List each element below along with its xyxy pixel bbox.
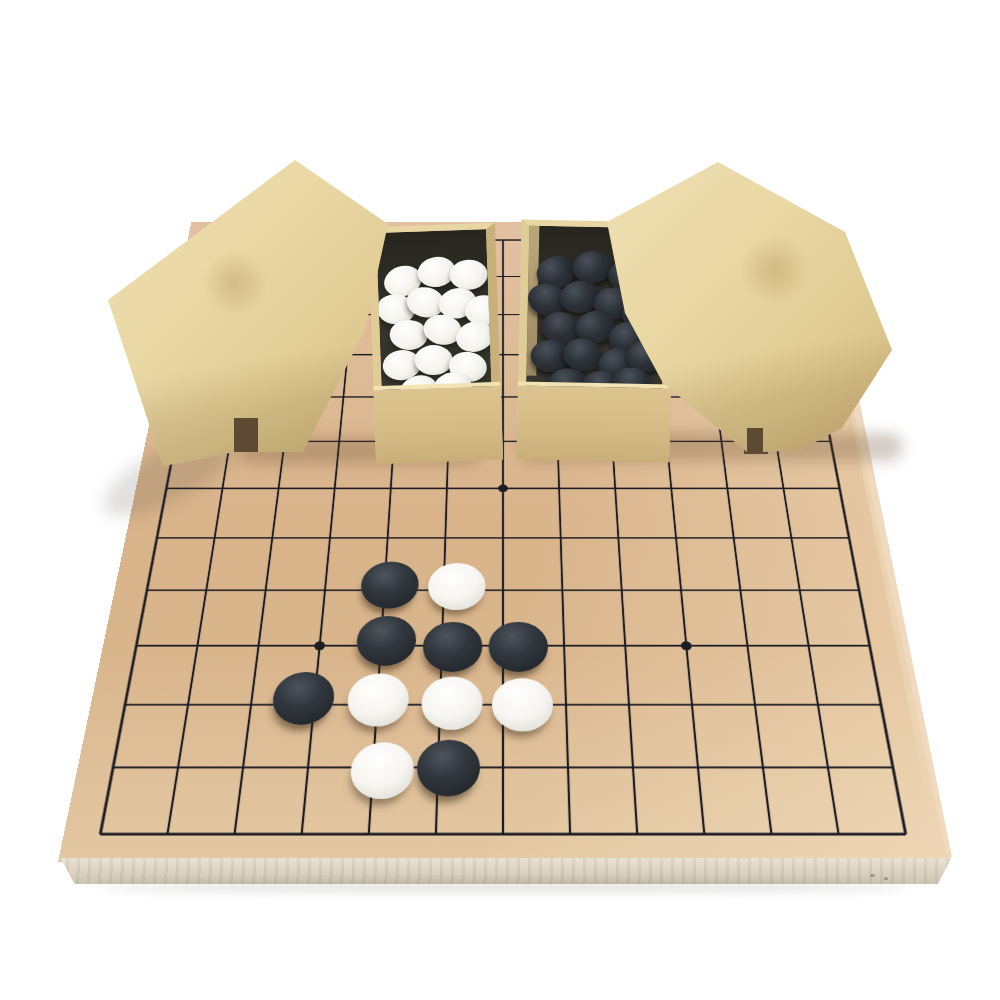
intersection-E3[interactable] <box>343 675 410 736</box>
white-bowl-stone <box>415 345 453 375</box>
black-stone-F2[interactable] <box>416 739 481 796</box>
intersection-F5[interactable] <box>413 564 474 618</box>
intersection-F3[interactable] <box>407 675 472 736</box>
left-lid-top-face <box>100 155 400 475</box>
intersection-F4[interactable] <box>410 618 473 675</box>
intersection-E4[interactable] <box>348 618 413 675</box>
black-stone-G4[interactable] <box>488 622 548 672</box>
go-set-photo <box>0 0 1000 1000</box>
wood-speck <box>884 877 888 880</box>
left-box-lid <box>100 155 400 475</box>
board-floor-shadow <box>95 882 910 893</box>
white-stone-E3[interactable] <box>346 674 410 727</box>
right-box-lid <box>595 150 905 465</box>
white-stone-G3[interactable] <box>492 678 554 731</box>
intersection-E5[interactable] <box>352 564 415 618</box>
black-stone-E4[interactable] <box>355 616 417 666</box>
board-front-face <box>55 858 955 884</box>
black-stone-E5[interactable] <box>359 561 419 608</box>
intersection-D3[interactable] <box>279 675 348 736</box>
white-stone-F5[interactable] <box>427 563 486 610</box>
right-lid-top-face <box>595 150 905 465</box>
wood-speck <box>870 874 875 877</box>
black-stone-D3[interactable] <box>270 672 336 725</box>
white-bowl-stone <box>449 259 489 291</box>
intersection-E2[interactable] <box>338 736 407 801</box>
